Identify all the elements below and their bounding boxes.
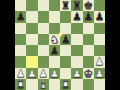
square-c7[interactable]: [38, 11, 49, 22]
white-king[interactable]: ♚: [83, 68, 94, 79]
square-d3[interactable]: [49, 56, 60, 67]
square-g4[interactable]: [83, 45, 94, 56]
square-c6[interactable]: [38, 23, 49, 34]
white-pawn[interactable]: ♟: [94, 56, 105, 67]
square-a3[interactable]: [15, 56, 26, 67]
black-pawn[interactable]: ♟: [83, 11, 94, 22]
square-b7[interactable]: [26, 11, 37, 22]
square-a7[interactable]: ♟: [15, 11, 26, 22]
square-f3[interactable]: [71, 56, 82, 67]
square-h7[interactable]: ♟: [94, 11, 105, 22]
square-h3[interactable]: ♟: [94, 56, 105, 67]
black-pawn[interactable]: ♟: [94, 11, 105, 22]
square-e7[interactable]: [60, 11, 71, 22]
square-d1[interactable]: [49, 79, 60, 90]
black-pawn[interactable]: ♟: [49, 45, 60, 56]
square-h5[interactable]: [94, 34, 105, 45]
square-h2[interactable]: ♟: [94, 68, 105, 79]
square-g5[interactable]: [83, 34, 94, 45]
square-f7[interactable]: ♟: [71, 11, 82, 22]
square-b3[interactable]: [26, 56, 37, 67]
square-b1[interactable]: [26, 79, 37, 90]
square-a5[interactable]: [15, 34, 26, 45]
square-c5[interactable]: [38, 34, 49, 45]
square-g3[interactable]: [83, 56, 94, 67]
square-c4[interactable]: [38, 45, 49, 56]
square-b4[interactable]: [26, 45, 37, 56]
square-d2[interactable]: ♟: [49, 68, 60, 79]
square-f2[interactable]: ♟: [71, 68, 82, 79]
black-pawn[interactable]: ♟: [71, 11, 82, 22]
white-rook[interactable]: ♜: [60, 79, 71, 90]
square-g2[interactable]: ♚: [83, 68, 94, 79]
square-e8[interactable]: ♜: [60, 0, 71, 11]
square-b8[interactable]: [26, 0, 37, 11]
square-e5[interactable]: ♟: [60, 34, 71, 45]
white-pawn[interactable]: ♟: [26, 68, 37, 79]
square-a1[interactable]: ♜: [15, 79, 26, 90]
square-f1[interactable]: [71, 79, 82, 90]
white-pawn[interactable]: ♟: [49, 68, 60, 79]
square-a4[interactable]: [15, 45, 26, 56]
black-rook[interactable]: ♜: [60, 0, 71, 11]
square-f6[interactable]: [71, 23, 82, 34]
square-d8[interactable]: [49, 0, 60, 11]
square-g7[interactable]: ♟: [83, 11, 94, 22]
black-pawn[interactable]: ♟: [15, 11, 26, 22]
chess-app-viewport: ♜♜♚♟♟♟♟♞♟♟♟♟♟♟♟♟♚♟♜♝♜: [0, 0, 120, 90]
square-a6[interactable]: [15, 23, 26, 34]
square-c3[interactable]: [38, 56, 49, 67]
square-g6[interactable]: [83, 23, 94, 34]
black-pawn[interactable]: ♟: [60, 34, 71, 45]
square-c1[interactable]: ♝: [38, 79, 49, 90]
square-b6[interactable]: [26, 23, 37, 34]
square-e3[interactable]: [60, 56, 71, 67]
white-pawn[interactable]: ♟: [71, 68, 82, 79]
white-rook[interactable]: ♜: [15, 79, 26, 90]
square-c8[interactable]: [38, 0, 49, 11]
square-f5[interactable]: [71, 34, 82, 45]
square-h6[interactable]: [94, 23, 105, 34]
square-d7[interactable]: [49, 11, 60, 22]
white-pawn[interactable]: ♟: [94, 68, 105, 79]
square-d4[interactable]: ♟: [49, 45, 60, 56]
square-b5[interactable]: [26, 34, 37, 45]
white-bishop[interactable]: ♝: [38, 79, 49, 90]
square-e1[interactable]: ♜: [60, 79, 71, 90]
chess-board: ♜♜♚♟♟♟♟♞♟♟♟♟♟♟♟♟♚♟♜♝♜: [15, 0, 105, 90]
square-f4[interactable]: [71, 45, 82, 56]
square-h1[interactable]: [94, 79, 105, 90]
square-g1[interactable]: [83, 79, 94, 90]
square-e4[interactable]: [60, 45, 71, 56]
square-b2[interactable]: ♟: [26, 68, 37, 79]
